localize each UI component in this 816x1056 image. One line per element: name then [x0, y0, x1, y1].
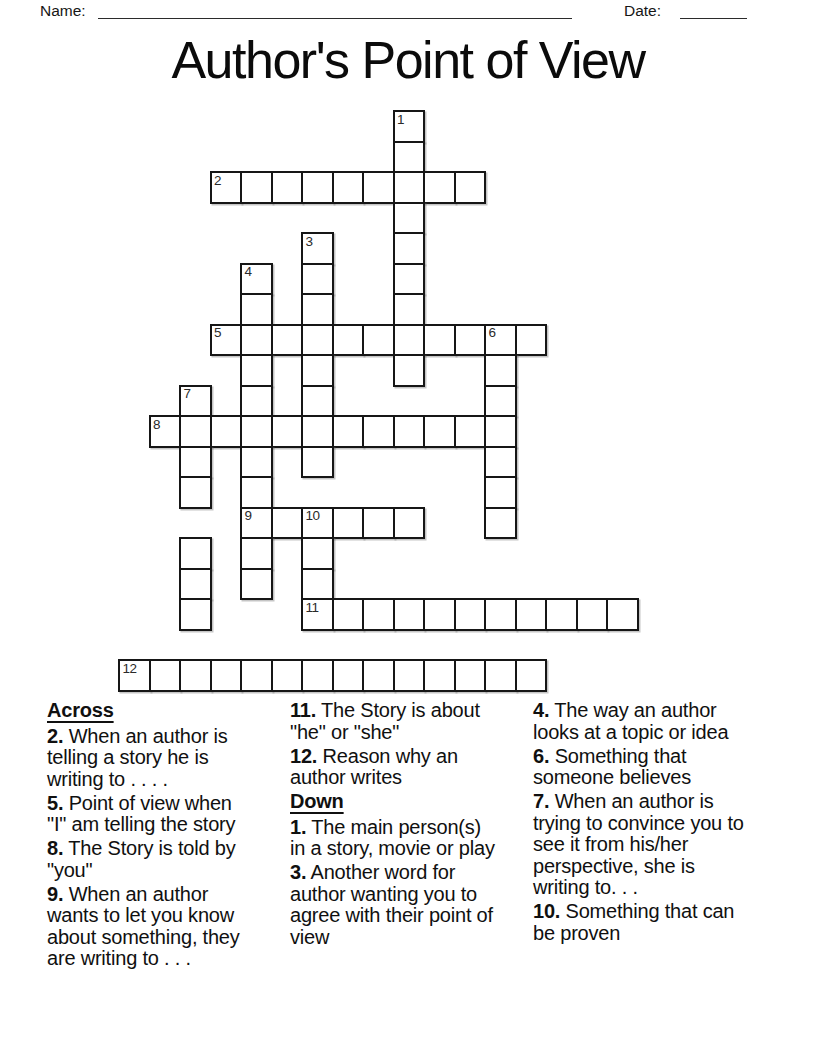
grid-cell-r17c14[interactable] — [515, 598, 548, 631]
grid-cell-r17c16[interactable] — [576, 598, 609, 631]
cell-number-12: 12 — [123, 662, 137, 676]
grid-cell-r7c10[interactable] — [393, 293, 426, 326]
grid-cell-r17c17[interactable] — [606, 598, 639, 631]
clues-column-3: 4. The way an author looks at a topic or… — [533, 700, 785, 947]
grid-cell-r9c10[interactable] — [393, 354, 426, 387]
grid-cell-r17c8[interactable] — [332, 598, 365, 631]
grid-cell-r13c13[interactable] — [484, 476, 517, 509]
clue-number-label: 2. — [47, 725, 63, 747]
grid-cell-r3c6[interactable] — [271, 171, 304, 204]
grid-cell-r19c5[interactable] — [240, 659, 273, 692]
grid-cell-r11c3[interactable] — [179, 415, 212, 448]
grid-cell-r8c10[interactable] — [393, 324, 426, 357]
grid-cell-r3c5[interactable] — [240, 171, 273, 204]
grid-cell-r8c14[interactable] — [515, 324, 548, 357]
grid-cell-r8c7[interactable] — [301, 324, 334, 357]
grid-cell-r14c5[interactable]: 9 — [240, 507, 273, 540]
grid-cell-r11c6[interactable] — [271, 415, 304, 448]
grid-cell-r3c4[interactable]: 2 — [210, 171, 243, 204]
clue-number-label: 9. — [47, 883, 63, 905]
grid-cell-r3c10[interactable] — [393, 171, 426, 204]
grid-cell-r16c7[interactable] — [301, 568, 334, 601]
grid-cell-r3c7[interactable] — [301, 171, 334, 204]
grid-cell-r19c7[interactable] — [301, 659, 334, 692]
grid-cell-r8c9[interactable] — [362, 324, 395, 357]
clue-11: 11. The Story is about "he" or "she" — [290, 700, 536, 743]
grid-cell-r11c4[interactable] — [210, 415, 243, 448]
date-label: Date: — [624, 2, 661, 20]
grid-cell-r6c10[interactable] — [393, 263, 426, 296]
grid-cell-r19c14[interactable] — [515, 659, 548, 692]
grid-cell-r15c7[interactable] — [301, 537, 334, 570]
grid-cell-r6c7[interactable] — [301, 263, 334, 296]
grid-cell-r5c10[interactable] — [393, 232, 426, 265]
grid-cell-r1c10[interactable]: 1 — [393, 110, 426, 143]
grid-cell-r14c13[interactable] — [484, 507, 517, 540]
clue-2: 2. When an author is telling a story he … — [47, 726, 279, 791]
grid-cell-r8c4[interactable]: 5 — [210, 324, 243, 357]
grid-cell-r19c12[interactable] — [454, 659, 487, 692]
clues-column-1: Across2. When an author is telling a sto… — [47, 700, 279, 972]
clue-number-label: 10. — [533, 900, 560, 922]
grid-cell-r16c5[interactable] — [240, 568, 273, 601]
cell-number-8: 8 — [153, 418, 160, 432]
clue-number-label: 3. — [290, 861, 306, 883]
grid-cell-r8c8[interactable] — [332, 324, 365, 357]
grid-cell-r19c6[interactable] — [271, 659, 304, 692]
cell-number-4: 4 — [245, 265, 252, 279]
grid-cell-r10c3[interactable]: 7 — [179, 385, 212, 418]
name-label: Name: — [40, 2, 86, 20]
grid-cell-r12c7[interactable] — [301, 446, 334, 479]
clue-8: 8. The Story is told by "you" — [47, 838, 279, 881]
grid-cell-r17c9[interactable] — [362, 598, 395, 631]
clue-number-label: 6. — [533, 745, 549, 767]
grid-cell-r19c9[interactable] — [362, 659, 395, 692]
clue-number-label: 4. — [533, 699, 549, 721]
grid-cell-r19c3[interactable] — [179, 659, 212, 692]
grid-cell-r17c7[interactable]: 11 — [301, 598, 334, 631]
grid-cell-r13c5[interactable] — [240, 476, 273, 509]
grid-cell-r10c7[interactable] — [301, 385, 334, 418]
clue-9: 9. When an author wants to let you know … — [47, 884, 279, 970]
puzzle-title: Author's Point of View — [0, 33, 816, 88]
grid-cell-r6c5[interactable]: 4 — [240, 263, 273, 296]
grid-cell-r14c6[interactable] — [271, 507, 304, 540]
clue-1: 1. The main person(s) in a story, movie … — [290, 817, 536, 860]
grid-cell-r11c10[interactable] — [393, 415, 426, 448]
grid-cell-r9c5[interactable] — [240, 354, 273, 387]
grid-cell-r12c5[interactable] — [240, 446, 273, 479]
cell-number-11: 11 — [306, 601, 319, 615]
grid-cell-r3c11[interactable] — [423, 171, 456, 204]
grid-cell-r17c3[interactable] — [179, 598, 212, 631]
cell-number-9: 9 — [245, 509, 252, 523]
clue-12: 12. Reason why an author writes — [290, 746, 536, 789]
grid-cell-r8c12[interactable] — [454, 324, 487, 357]
grid-cell-r8c5[interactable] — [240, 324, 273, 357]
grid-cell-r11c9[interactable] — [362, 415, 395, 448]
grid-cell-r19c1[interactable]: 12 — [118, 659, 151, 692]
cell-number-2: 2 — [214, 174, 221, 188]
date-fill-line[interactable] — [680, 18, 747, 20]
grid-cell-r14c7[interactable]: 10 — [301, 507, 334, 540]
grid-cell-r8c11[interactable] — [423, 324, 456, 357]
grid-cell-r3c8[interactable] — [332, 171, 365, 204]
grid-cell-r11c2[interactable]: 8 — [149, 415, 182, 448]
grid-cell-r19c13[interactable] — [484, 659, 517, 692]
grid-cell-r17c15[interactable] — [545, 598, 578, 631]
grid-cell-r19c4[interactable] — [210, 659, 243, 692]
clue-section-header-across: Across — [47, 700, 279, 722]
grid-cell-r3c12[interactable] — [454, 171, 487, 204]
clue-10: 10. Something that can be proven — [533, 901, 785, 944]
grid-cell-r13c3[interactable] — [179, 476, 212, 509]
grid-cell-r10c13[interactable] — [484, 385, 517, 418]
grid-cell-r3c9[interactable] — [362, 171, 395, 204]
grid-cell-r11c11[interactable] — [423, 415, 456, 448]
clue-number-label: 11. — [290, 699, 316, 721]
grid-cell-r15c3[interactable] — [179, 537, 212, 570]
clue-section-header-down: Down — [290, 791, 536, 813]
grid-cell-r17c12[interactable] — [454, 598, 487, 631]
grid-cell-r7c5[interactable] — [240, 293, 273, 326]
grid-cell-r19c8[interactable] — [332, 659, 365, 692]
grid-cell-r9c7[interactable] — [301, 354, 334, 387]
grid-cell-r12c3[interactable] — [179, 446, 212, 479]
cell-number-5: 5 — [214, 326, 221, 340]
grid-cell-r10c5[interactable] — [240, 385, 273, 418]
grid-cell-r2c10[interactable] — [393, 141, 426, 174]
grid-cell-r16c3[interactable] — [179, 568, 212, 601]
clue-number-label: 12. — [290, 745, 317, 767]
grid-cell-r4c10[interactable] — [393, 202, 426, 235]
grid-cell-r8c13[interactable]: 6 — [484, 324, 517, 357]
clue-4: 4. The way an author looks at a topic or… — [533, 700, 785, 743]
cell-number-6: 6 — [489, 326, 496, 340]
grid-cell-r11c5[interactable] — [240, 415, 273, 448]
cell-number-3: 3 — [306, 235, 313, 249]
grid-cell-r14c10[interactable] — [393, 507, 426, 540]
clue-number-label: 1. — [290, 816, 306, 838]
grid-cell-r9c13[interactable] — [484, 354, 517, 387]
grid-cell-r17c11[interactable] — [423, 598, 456, 631]
grid-cell-r17c13[interactable] — [484, 598, 517, 631]
crossword-grid: 123456789101112 — [118, 110, 639, 692]
grid-cell-r14c9[interactable] — [362, 507, 395, 540]
cell-number-10: 10 — [306, 509, 320, 523]
clue-6: 6. Something that someone believes — [533, 746, 785, 789]
clue-3: 3. Another word for author wanting you t… — [290, 862, 536, 948]
clue-7: 7. When an author is trying to convince … — [533, 791, 785, 899]
grid-cell-r19c2[interactable] — [149, 659, 182, 692]
clue-5: 5. Point of view when "I" am telling the… — [47, 793, 279, 836]
grid-cell-r17c10[interactable] — [393, 598, 426, 631]
cell-number-1: 1 — [397, 113, 404, 127]
cell-number-7: 7 — [184, 387, 191, 401]
grid-cell-r7c7[interactable] — [301, 293, 334, 326]
clue-number-label: 7. — [533, 790, 549, 812]
grid-cell-r11c13[interactable] — [484, 415, 517, 448]
grid-cell-r14c8[interactable] — [332, 507, 365, 540]
grid-cell-r11c7[interactable] — [301, 415, 334, 448]
name-fill-line[interactable] — [98, 18, 572, 20]
grid-cell-r19c11[interactable] — [423, 659, 456, 692]
grid-cell-r12c13[interactable] — [484, 446, 517, 479]
clue-number-label: 8. — [47, 837, 63, 859]
grid-cell-r11c12[interactable] — [454, 415, 487, 448]
grid-cell-r15c5[interactable] — [240, 537, 273, 570]
clue-number-label: 5. — [47, 792, 63, 814]
grid-cell-r19c10[interactable] — [393, 659, 426, 692]
clues-column-2: 11. The Story is about "he" or "she"12. … — [290, 700, 536, 951]
grid-cell-r8c6[interactable] — [271, 324, 304, 357]
grid-cell-r11c8[interactable] — [332, 415, 365, 448]
grid-cell-r5c7[interactable]: 3 — [301, 232, 334, 265]
